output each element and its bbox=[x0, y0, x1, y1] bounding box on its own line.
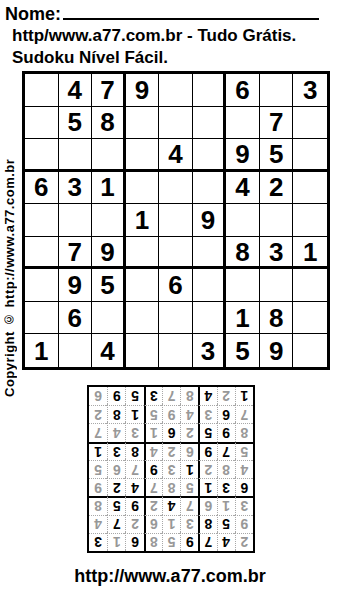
solution-cell-r5c6: 9 bbox=[144, 460, 162, 478]
solution-cell-r1c1: 2 bbox=[235, 533, 253, 551]
solution-cell-r1c6: 8 bbox=[144, 533, 162, 551]
solution-cell-r1c3: 7 bbox=[198, 533, 216, 551]
cell-r8c8: 8 bbox=[260, 302, 294, 335]
cell-r6c5 bbox=[159, 237, 193, 270]
solution-cell-r2c5: 1 bbox=[162, 515, 180, 533]
cell-r2c3: 8 bbox=[92, 107, 126, 140]
cell-r1c1 bbox=[25, 74, 59, 107]
solution-cell-r2c9: 4 bbox=[89, 515, 107, 533]
solution-cell-r7c8: 4 bbox=[107, 423, 125, 441]
sudoku-puzzle-grid: 4796358749563142197983195661814359 bbox=[22, 71, 330, 370]
solution-cell-r8c6: 5 bbox=[144, 405, 162, 423]
solution-cell-r5c4: 1 bbox=[180, 460, 198, 478]
solution-cell-r1c2: 4 bbox=[217, 533, 235, 551]
solution-cell-r9c4: 8 bbox=[180, 387, 198, 405]
solution-cell-r7c5: 6 bbox=[162, 423, 180, 441]
cell-r2c6 bbox=[193, 107, 227, 140]
solution-cell-r9c7: 5 bbox=[125, 387, 143, 405]
cell-r1c7: 6 bbox=[226, 74, 260, 107]
cell-r2c5 bbox=[159, 107, 193, 140]
cell-r1c8 bbox=[260, 74, 294, 107]
cell-r4c5 bbox=[159, 172, 193, 205]
cell-r3c1 bbox=[25, 139, 59, 172]
solution-cell-r8c9: 2 bbox=[89, 405, 107, 423]
solution-cell-r6c1: 5 bbox=[235, 442, 253, 460]
name-blank-line bbox=[63, 3, 319, 20]
cell-r7c8 bbox=[260, 269, 294, 302]
cell-r8c1 bbox=[25, 302, 59, 335]
cell-r7c4 bbox=[126, 269, 160, 302]
cell-r5c8 bbox=[260, 204, 294, 237]
cell-r6c3: 9 bbox=[92, 237, 126, 270]
cell-r9c8: 9 bbox=[260, 334, 294, 367]
solution-cell-r4c2: 3 bbox=[217, 478, 235, 496]
cell-r5c9 bbox=[293, 204, 327, 237]
cell-r2c7 bbox=[226, 107, 260, 140]
solution-cell-r4c5: 8 bbox=[162, 478, 180, 496]
solution-cell-r9c6: 3 bbox=[144, 387, 162, 405]
solution-cell-r5c1: 4 bbox=[235, 460, 253, 478]
cell-r6c7: 8 bbox=[226, 237, 260, 270]
cell-r3c4 bbox=[126, 139, 160, 172]
cell-r1c5 bbox=[159, 74, 193, 107]
sudoku-solution-grid-rotated: 2479586139583162743167429586315874294821… bbox=[87, 385, 255, 553]
cell-r7c2: 9 bbox=[59, 269, 93, 302]
cell-r4c2: 3 bbox=[59, 172, 93, 205]
solution-cell-r6c9: 1 bbox=[89, 442, 107, 460]
solution-cell-r9c8: 9 bbox=[107, 387, 125, 405]
cell-r6c4 bbox=[126, 237, 160, 270]
solution-cell-r7c2: 9 bbox=[217, 423, 235, 441]
site-header: http/www.a77.com.br - Tudo Grátis. bbox=[12, 26, 296, 46]
solution-cell-r1c4: 9 bbox=[180, 533, 198, 551]
solution-cell-r6c4: 6 bbox=[180, 442, 198, 460]
solution-cell-r6c3: 9 bbox=[198, 442, 216, 460]
solution-cell-r2c6: 6 bbox=[144, 515, 162, 533]
solution-cell-r4c4: 5 bbox=[180, 478, 198, 496]
cell-r5c2 bbox=[59, 204, 93, 237]
solution-cell-r3c1: 3 bbox=[235, 496, 253, 514]
cell-r1c4: 9 bbox=[126, 74, 160, 107]
cell-r6c9: 1 bbox=[293, 237, 327, 270]
solution-cell-r5c7: 7 bbox=[125, 460, 143, 478]
solution-cell-r1c8: 1 bbox=[107, 533, 125, 551]
solution-cell-r2c4: 3 bbox=[180, 515, 198, 533]
cell-r1c9: 3 bbox=[293, 74, 327, 107]
cell-r2c4 bbox=[126, 107, 160, 140]
solution-cell-r5c5: 3 bbox=[162, 460, 180, 478]
solution-cell-r3c9: 8 bbox=[89, 496, 107, 514]
solution-cell-r2c8: 7 bbox=[107, 515, 125, 533]
solution-cell-r8c1: 7 bbox=[235, 405, 253, 423]
solution-cell-r5c2: 8 bbox=[217, 460, 235, 478]
solution-cell-r2c1: 9 bbox=[235, 515, 253, 533]
solution-cell-r2c2: 5 bbox=[217, 515, 235, 533]
cell-r3c2 bbox=[59, 139, 93, 172]
cell-r8c2: 6 bbox=[59, 302, 93, 335]
solution-cell-r8c3: 3 bbox=[198, 405, 216, 423]
solution-cell-r5c9: 5 bbox=[89, 460, 107, 478]
cell-r5c5 bbox=[159, 204, 193, 237]
copyright-vertical-text: Copyright © http://www.a77.com.br bbox=[0, 112, 18, 444]
cell-r6c1 bbox=[25, 237, 59, 270]
cell-r6c6 bbox=[193, 237, 227, 270]
cell-r8c9 bbox=[293, 302, 327, 335]
solution-cell-r8c8: 8 bbox=[107, 405, 125, 423]
cell-r6c2: 7 bbox=[59, 237, 93, 270]
solution-cell-r6c7: 8 bbox=[125, 442, 143, 460]
footer-url: http://www.a77.com.br bbox=[0, 566, 340, 587]
cell-r4c1: 6 bbox=[25, 172, 59, 205]
solution-cell-r7c7: 3 bbox=[125, 423, 143, 441]
solution-cell-r3c3: 6 bbox=[198, 496, 216, 514]
solution-cell-r3c6: 2 bbox=[144, 496, 162, 514]
solution-cell-r8c7: 1 bbox=[125, 405, 143, 423]
cell-r9c7: 5 bbox=[226, 334, 260, 367]
solution-cell-r6c5: 2 bbox=[162, 442, 180, 460]
solution-cell-r5c3: 2 bbox=[198, 460, 216, 478]
solution-cell-r6c8: 3 bbox=[107, 442, 125, 460]
solution-cell-r4c1: 6 bbox=[235, 478, 253, 496]
cell-r7c5: 6 bbox=[159, 269, 193, 302]
cell-r4c7: 4 bbox=[226, 172, 260, 205]
cell-r8c3 bbox=[92, 302, 126, 335]
cell-r4c4 bbox=[126, 172, 160, 205]
cell-r9c5 bbox=[159, 334, 193, 367]
cell-r5c3 bbox=[92, 204, 126, 237]
solution-cell-r8c2: 6 bbox=[217, 405, 235, 423]
name-row: Nome: bbox=[5, 3, 335, 25]
cell-r3c7: 9 bbox=[226, 139, 260, 172]
solution-cell-r9c2: 2 bbox=[217, 387, 235, 405]
solution-cell-r7c9: 7 bbox=[89, 423, 107, 441]
cell-r2c2: 5 bbox=[59, 107, 93, 140]
difficulty-title: Sudoku Nível Fácil. bbox=[12, 48, 168, 68]
cell-r2c9 bbox=[293, 107, 327, 140]
solution-cell-r4c7: 4 bbox=[125, 478, 143, 496]
solution-cell-r4c3: 1 bbox=[198, 478, 216, 496]
cell-r4c9 bbox=[293, 172, 327, 205]
solution-cell-r3c4: 7 bbox=[180, 496, 198, 514]
solution-cell-r3c2: 1 bbox=[217, 496, 235, 514]
solution-cell-r3c7: 9 bbox=[125, 496, 143, 514]
cell-r8c7: 1 bbox=[226, 302, 260, 335]
cell-r8c4 bbox=[126, 302, 160, 335]
cell-r9c4 bbox=[126, 334, 160, 367]
solution-cell-r8c5: 9 bbox=[162, 405, 180, 423]
cell-r7c7 bbox=[226, 269, 260, 302]
cell-r8c6 bbox=[193, 302, 227, 335]
cell-r1c6 bbox=[193, 74, 227, 107]
cell-r2c1 bbox=[25, 107, 59, 140]
solution-cell-r9c1: 1 bbox=[235, 387, 253, 405]
cell-r4c6 bbox=[193, 172, 227, 205]
solution-cell-r7c3: 5 bbox=[198, 423, 216, 441]
solution-cell-r1c5: 5 bbox=[162, 533, 180, 551]
solution-cell-r9c5: 7 bbox=[162, 387, 180, 405]
cell-r6c8: 3 bbox=[260, 237, 294, 270]
cell-r7c9 bbox=[293, 269, 327, 302]
cell-r1c3: 7 bbox=[92, 74, 126, 107]
cell-r5c7 bbox=[226, 204, 260, 237]
cell-r9c9 bbox=[293, 334, 327, 367]
cell-r8c5 bbox=[159, 302, 193, 335]
cell-r1c2: 4 bbox=[59, 74, 93, 107]
solution-cell-r1c9: 3 bbox=[89, 533, 107, 551]
solution-cell-r7c6: 1 bbox=[144, 423, 162, 441]
solution-cell-r6c6: 4 bbox=[144, 442, 162, 460]
solution-cell-r4c6: 7 bbox=[144, 478, 162, 496]
cell-r4c8: 2 bbox=[260, 172, 294, 205]
cell-r7c1 bbox=[25, 269, 59, 302]
solution-cell-r2c3: 8 bbox=[198, 515, 216, 533]
cell-r3c8: 5 bbox=[260, 139, 294, 172]
cell-r5c4: 1 bbox=[126, 204, 160, 237]
cell-r5c6: 9 bbox=[193, 204, 227, 237]
solution-cell-r4c8: 2 bbox=[107, 478, 125, 496]
solution-cell-r9c9: 6 bbox=[89, 387, 107, 405]
solution-cell-r1c7: 6 bbox=[125, 533, 143, 551]
cell-r3c6 bbox=[193, 139, 227, 172]
solution-cell-r7c1: 8 bbox=[235, 423, 253, 441]
cell-r9c6: 3 bbox=[193, 334, 227, 367]
cell-r9c2 bbox=[59, 334, 93, 367]
cell-r4c3: 1 bbox=[92, 172, 126, 205]
cell-r7c3: 5 bbox=[92, 269, 126, 302]
solution-cell-r3c8: 5 bbox=[107, 496, 125, 514]
solution-cell-r7c4: 2 bbox=[180, 423, 198, 441]
cell-r3c5: 4 bbox=[159, 139, 193, 172]
cell-r3c9 bbox=[293, 139, 327, 172]
cell-r2c8: 7 bbox=[260, 107, 294, 140]
solution-cell-r2c7: 2 bbox=[125, 515, 143, 533]
cell-r9c3: 4 bbox=[92, 334, 126, 367]
name-label: Nome: bbox=[5, 4, 61, 25]
cell-r7c6 bbox=[193, 269, 227, 302]
solution-cell-r8c4: 4 bbox=[180, 405, 198, 423]
solution-cell-r3c5: 4 bbox=[162, 496, 180, 514]
solution-cell-r9c3: 4 bbox=[198, 387, 216, 405]
solution-cell-r4c9: 9 bbox=[89, 478, 107, 496]
cell-r3c3 bbox=[92, 139, 126, 172]
sudoku-worksheet-page: Nome: http/www.a77.com.br - Tudo Grátis.… bbox=[0, 0, 340, 596]
cell-r5c1 bbox=[25, 204, 59, 237]
solution-cell-r5c8: 6 bbox=[107, 460, 125, 478]
cell-r9c1: 1 bbox=[25, 334, 59, 367]
solution-cell-r6c2: 7 bbox=[217, 442, 235, 460]
